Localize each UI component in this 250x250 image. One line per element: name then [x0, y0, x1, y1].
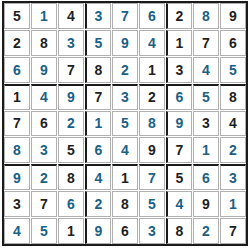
cell-r9c9[interactable]: 7 [220, 218, 246, 244]
cell-r8c4[interactable]: 2 [85, 191, 111, 217]
cell-r8c7[interactable]: 4 [166, 191, 192, 217]
cell-r8c6[interactable]: 5 [139, 191, 165, 217]
cell-r5c7[interactable]: 9 [166, 111, 192, 137]
cell-r1c7[interactable]: 2 [166, 3, 192, 29]
cell-r2c1[interactable]: 2 [4, 30, 30, 56]
cell-r9c2[interactable]: 5 [31, 218, 57, 244]
cell-r5c1[interactable]: 7 [4, 111, 30, 137]
cell-r6c1[interactable]: 8 [4, 137, 30, 163]
cell-r4c2[interactable]: 4 [31, 84, 57, 110]
cell-r4c6[interactable]: 2 [139, 84, 165, 110]
cell-r6c2[interactable]: 3 [31, 137, 57, 163]
cell-r4c8[interactable]: 5 [193, 84, 219, 110]
cell-r7c7[interactable]: 5 [166, 164, 192, 190]
cell-r1c5[interactable]: 7 [112, 3, 138, 29]
cell-r6c8[interactable]: 1 [193, 137, 219, 163]
cell-r1c3[interactable]: 4 [58, 3, 84, 29]
cell-r1c4[interactable]: 3 [85, 3, 111, 29]
cell-r5c6[interactable]: 8 [139, 111, 165, 137]
cell-r9c4[interactable]: 9 [85, 218, 111, 244]
cell-r4c1[interactable]: 1 [4, 84, 30, 110]
cell-r2c7[interactable]: 1 [166, 30, 192, 56]
cell-r8c5[interactable]: 8 [112, 191, 138, 217]
cell-r6c9[interactable]: 2 [220, 137, 246, 163]
cell-r9c1[interactable]: 4 [4, 218, 30, 244]
cell-r7c3[interactable]: 8 [58, 164, 84, 190]
cell-r2c5[interactable]: 9 [112, 30, 138, 56]
cell-r6c3[interactable]: 5 [58, 137, 84, 163]
cell-r2c3[interactable]: 3 [58, 30, 84, 56]
cell-r7c1[interactable]: 9 [4, 164, 30, 190]
cell-r7c5[interactable]: 1 [112, 164, 138, 190]
cell-r7c4[interactable]: 4 [85, 164, 111, 190]
cell-r9c3[interactable]: 1 [58, 218, 84, 244]
cell-r1c9[interactable]: 9 [220, 3, 246, 29]
cell-r1c2[interactable]: 1 [31, 3, 57, 29]
cell-r2c2[interactable]: 8 [31, 30, 57, 56]
cell-r8c3[interactable]: 6 [58, 191, 84, 217]
cell-r3c8[interactable]: 4 [193, 57, 219, 83]
cell-r3c1[interactable]: 6 [4, 57, 30, 83]
cell-r6c6[interactable]: 9 [139, 137, 165, 163]
cell-r9c5[interactable]: 6 [112, 218, 138, 244]
cell-r1c6[interactable]: 6 [139, 3, 165, 29]
cell-r5c3[interactable]: 2 [58, 111, 84, 137]
cell-r5c2[interactable]: 6 [31, 111, 57, 137]
cell-r1c1[interactable]: 5 [4, 3, 30, 29]
cell-r4c9[interactable]: 8 [220, 84, 246, 110]
cell-r8c9[interactable]: 1 [220, 191, 246, 217]
cell-r3c7[interactable]: 3 [166, 57, 192, 83]
cell-r7c2[interactable]: 2 [31, 164, 57, 190]
cell-r5c9[interactable]: 4 [220, 111, 246, 137]
cell-r2c6[interactable]: 4 [139, 30, 165, 56]
cell-r5c4[interactable]: 1 [85, 111, 111, 137]
cell-r4c3[interactable]: 9 [58, 84, 84, 110]
cell-r6c5[interactable]: 4 [112, 137, 138, 163]
cell-r7c8[interactable]: 6 [193, 164, 219, 190]
cell-r8c8[interactable]: 9 [193, 191, 219, 217]
cell-r8c2[interactable]: 7 [31, 191, 57, 217]
cell-r3c5[interactable]: 2 [112, 57, 138, 83]
cell-r9c7[interactable]: 8 [166, 218, 192, 244]
cell-r4c5[interactable]: 3 [112, 84, 138, 110]
cell-r4c4[interactable]: 7 [85, 84, 111, 110]
cell-r8c1[interactable]: 3 [4, 191, 30, 217]
cell-r6c7[interactable]: 7 [166, 137, 192, 163]
cell-r3c3[interactable]: 7 [58, 57, 84, 83]
cell-r3c6[interactable]: 1 [139, 57, 165, 83]
cell-r1c8[interactable]: 8 [193, 3, 219, 29]
cell-r9c6[interactable]: 3 [139, 218, 165, 244]
cell-r2c8[interactable]: 7 [193, 30, 219, 56]
cell-r5c5[interactable]: 5 [112, 111, 138, 137]
cell-r3c4[interactable]: 8 [85, 57, 111, 83]
cell-r5c8[interactable]: 3 [193, 111, 219, 137]
cell-r6c4[interactable]: 6 [85, 137, 111, 163]
cell-r2c9[interactable]: 6 [220, 30, 246, 56]
cell-r4c7[interactable]: 6 [166, 84, 192, 110]
cell-r3c2[interactable]: 9 [31, 57, 57, 83]
cell-r7c6[interactable]: 7 [139, 164, 165, 190]
cell-r7c9[interactable]: 3 [220, 164, 246, 190]
sudoku-board: 5143762892835941766978213451497326587621… [2, 1, 248, 246]
cell-r2c4[interactable]: 5 [85, 30, 111, 56]
cell-r3c9[interactable]: 5 [220, 57, 246, 83]
cell-r9c8[interactable]: 2 [193, 218, 219, 244]
